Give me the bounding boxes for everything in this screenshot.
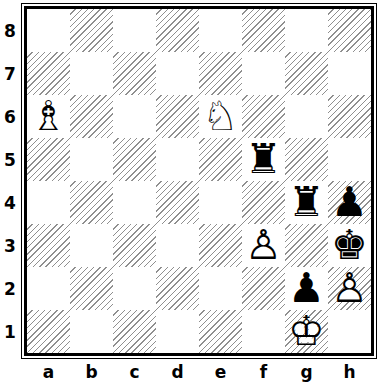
square-e3[interactable] (199, 224, 242, 267)
square-h5[interactable] (328, 138, 371, 181)
square-f4[interactable] (242, 181, 285, 224)
square-d1[interactable] (156, 310, 199, 353)
black-king-icon: ♚ (328, 224, 371, 267)
square-c4[interactable] (113, 181, 156, 224)
square-c3[interactable] (113, 224, 156, 267)
square-b2[interactable] (70, 267, 113, 310)
file-label-c: c (113, 359, 156, 385)
square-g4[interactable]: ♜ (285, 181, 328, 224)
square-g6[interactable] (285, 95, 328, 138)
square-b8[interactable] (70, 9, 113, 52)
file-label-d: d (156, 359, 199, 385)
square-e7[interactable] (199, 52, 242, 95)
piece-black-rook-f5[interactable]: ♜ (242, 138, 285, 181)
file-label-h: h (328, 359, 371, 385)
rank-label-4: 4 (0, 181, 20, 224)
square-f6[interactable] (242, 95, 285, 138)
square-b1[interactable] (70, 310, 113, 353)
square-f1[interactable] (242, 310, 285, 353)
square-a8[interactable] (27, 9, 70, 52)
file-labels: abcdefgh (27, 359, 371, 385)
square-g8[interactable] (285, 9, 328, 52)
square-f2[interactable] (242, 267, 285, 310)
white-king-icon: ♔ (285, 310, 328, 353)
square-a6[interactable]: ♝♗ (27, 95, 70, 138)
black-rook-icon: ♜ (242, 138, 285, 181)
square-c6[interactable] (113, 95, 156, 138)
file-label-g: g (285, 359, 328, 385)
square-d2[interactable] (156, 267, 199, 310)
square-d6[interactable] (156, 95, 199, 138)
white-pawn-icon: ♙ (242, 224, 285, 267)
file-label-f: f (242, 359, 285, 385)
square-d7[interactable] (156, 52, 199, 95)
square-a4[interactable] (27, 181, 70, 224)
square-e1[interactable] (199, 310, 242, 353)
square-h4[interactable]: ♟ (328, 181, 371, 224)
square-h1[interactable] (328, 310, 371, 353)
piece-white-king-g1[interactable]: ♚♔ (285, 310, 328, 353)
board-frame: ♝♗♞♘♜♜♟♟♙♚♟♟♙♚♔ (21, 3, 377, 359)
square-d5[interactable] (156, 138, 199, 181)
rank-labels: 87654321 (0, 9, 20, 353)
square-c1[interactable] (113, 310, 156, 353)
square-g7[interactable] (285, 52, 328, 95)
square-g5[interactable] (285, 138, 328, 181)
square-f5[interactable]: ♜ (242, 138, 285, 181)
square-d3[interactable] (156, 224, 199, 267)
square-h3[interactable]: ♚ (328, 224, 371, 267)
white-knight-icon: ♘ (199, 95, 242, 138)
square-b4[interactable] (70, 181, 113, 224)
rank-label-1: 1 (0, 310, 20, 353)
board-inner-border: ♝♗♞♘♜♜♟♟♙♚♟♟♙♚♔ (24, 6, 374, 356)
file-label-a: a (27, 359, 70, 385)
square-h2[interactable]: ♟♙ (328, 267, 371, 310)
rank-label-2: 2 (0, 267, 20, 310)
white-bishop-icon: ♗ (27, 95, 70, 138)
square-d4[interactable] (156, 181, 199, 224)
file-label-e: e (199, 359, 242, 385)
black-pawn-icon: ♟ (285, 267, 328, 310)
square-c7[interactable] (113, 52, 156, 95)
square-a5[interactable] (27, 138, 70, 181)
square-a2[interactable] (27, 267, 70, 310)
rank-label-5: 5 (0, 138, 20, 181)
square-h6[interactable] (328, 95, 371, 138)
piece-black-pawn-h4[interactable]: ♟ (328, 181, 371, 224)
square-e2[interactable] (199, 267, 242, 310)
square-e5[interactable] (199, 138, 242, 181)
chess-board: ♝♗♞♘♜♜♟♟♙♚♟♟♙♚♔ (27, 9, 371, 353)
square-b3[interactable] (70, 224, 113, 267)
square-c8[interactable] (113, 9, 156, 52)
square-c2[interactable] (113, 267, 156, 310)
white-pawn-icon: ♙ (328, 267, 371, 310)
piece-white-knight-e6[interactable]: ♞♘ (199, 95, 242, 138)
square-e8[interactable] (199, 9, 242, 52)
square-f7[interactable] (242, 52, 285, 95)
square-f8[interactable] (242, 9, 285, 52)
piece-black-rook-g4[interactable]: ♜ (285, 181, 328, 224)
square-h7[interactable] (328, 52, 371, 95)
square-d8[interactable] (156, 9, 199, 52)
square-f3[interactable]: ♟♙ (242, 224, 285, 267)
file-label-b: b (70, 359, 113, 385)
black-rook-icon: ♜ (285, 181, 328, 224)
black-pawn-icon: ♟ (328, 181, 371, 224)
square-b6[interactable] (70, 95, 113, 138)
rank-label-6: 6 (0, 95, 20, 138)
square-g3[interactable] (285, 224, 328, 267)
rank-label-8: 8 (0, 9, 20, 52)
piece-white-pawn-h2[interactable]: ♟♙ (328, 267, 371, 310)
chess-diagram: 87654321 ♝♗♞♘♜♜♟♟♙♚♟♟♙♚♔ abcdefgh (0, 0, 382, 387)
piece-black-pawn-g2[interactable]: ♟ (285, 267, 328, 310)
piece-white-pawn-f3[interactable]: ♟♙ (242, 224, 285, 267)
square-h8[interactable] (328, 9, 371, 52)
square-e6[interactable]: ♞♘ (199, 95, 242, 138)
piece-white-bishop-a6[interactable]: ♝♗ (27, 95, 70, 138)
rank-label-3: 3 (0, 224, 20, 267)
square-a7[interactable] (27, 52, 70, 95)
square-b5[interactable] (70, 138, 113, 181)
piece-black-king-h3[interactable]: ♚ (328, 224, 371, 267)
square-e4[interactable] (199, 181, 242, 224)
square-g2[interactable]: ♟ (285, 267, 328, 310)
square-a3[interactable] (27, 224, 70, 267)
square-g1[interactable]: ♚♔ (285, 310, 328, 353)
square-a1[interactable] (27, 310, 70, 353)
rank-label-7: 7 (0, 52, 20, 95)
square-c5[interactable] (113, 138, 156, 181)
square-b7[interactable] (70, 52, 113, 95)
